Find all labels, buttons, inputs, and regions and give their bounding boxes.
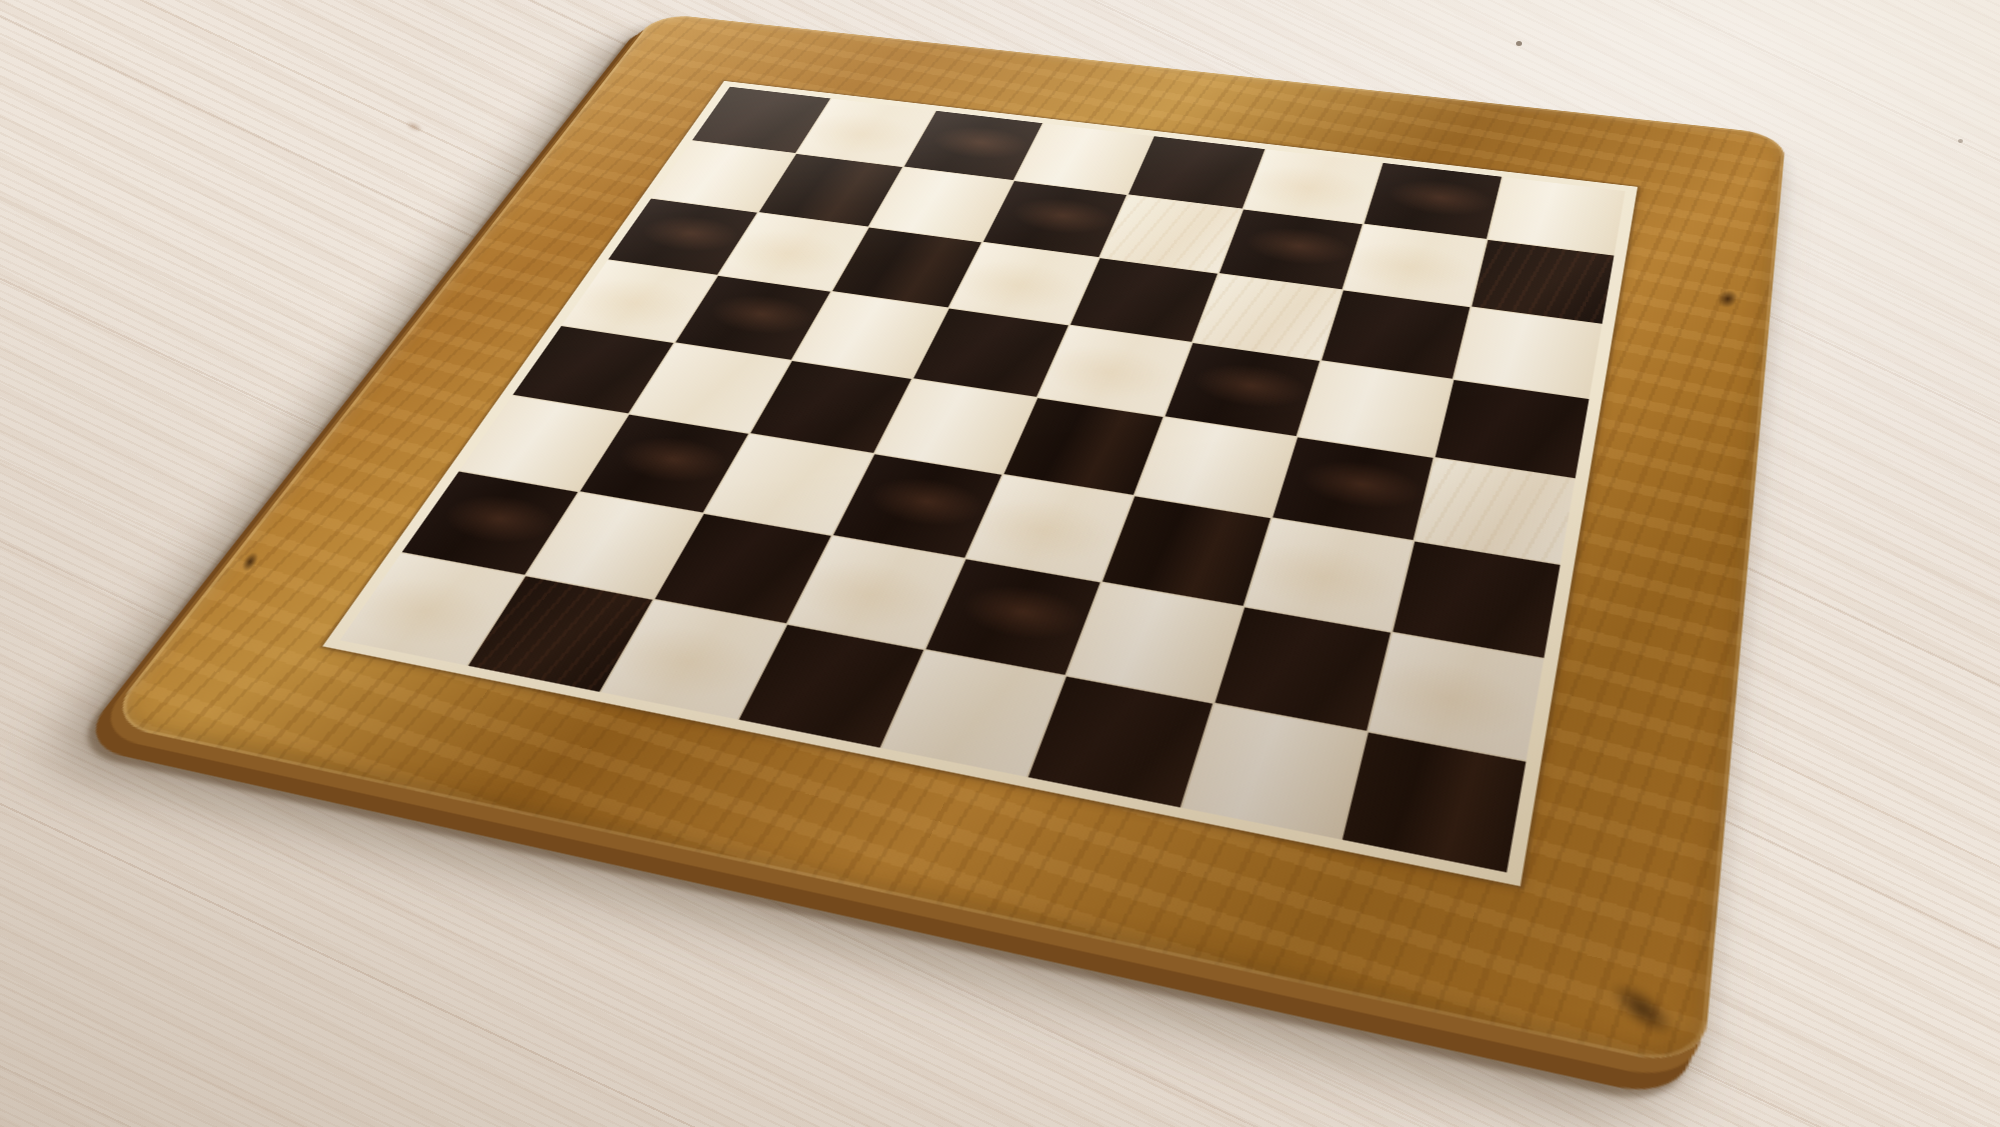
- wood-knot-icon: [1715, 288, 1741, 309]
- floor-knot: [403, 118, 425, 135]
- floor-speck: [1958, 139, 1963, 143]
- floor-speck: [1516, 41, 1522, 46]
- wood-knot-icon: [239, 552, 261, 572]
- playing-field-grid: [340, 87, 1625, 873]
- corner-burn-mark: [1600, 976, 1685, 1043]
- maple-border: [323, 81, 1638, 886]
- scene: [0, 0, 2000, 1127]
